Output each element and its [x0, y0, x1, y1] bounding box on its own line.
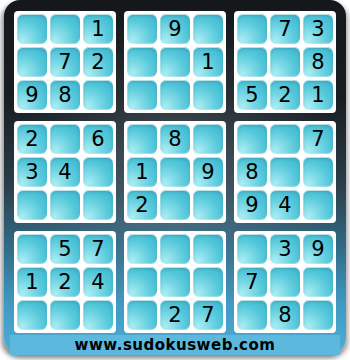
cell-r1c2[interactable]: [50, 14, 80, 44]
website-url: www.sudokusweb.com: [75, 336, 276, 354]
cell-r7c6[interactable]: [193, 234, 223, 264]
cell-r5c5[interactable]: [160, 157, 190, 187]
box-9: 3978: [234, 231, 336, 333]
cell-r3c2[interactable]: 8: [50, 80, 80, 110]
cell-r5c9[interactable]: [303, 157, 333, 187]
cell-r7c2[interactable]: 5: [50, 234, 80, 264]
cell-r3c6[interactable]: [193, 80, 223, 110]
cell-r8c2[interactable]: 2: [50, 267, 80, 297]
sudoku-widget: 172989173852126348192789457124273978 www…: [0, 0, 350, 360]
box-8: 27: [124, 231, 226, 333]
cell-r2c9[interactable]: 8: [303, 47, 333, 77]
cell-r9c3[interactable]: [83, 300, 113, 330]
cell-r2c4[interactable]: [127, 47, 157, 77]
cell-r2c6[interactable]: 1: [193, 47, 223, 77]
cell-r5c3[interactable]: [83, 157, 113, 187]
cell-r5c2[interactable]: 4: [50, 157, 80, 187]
cell-r7c3[interactable]: 7: [83, 234, 113, 264]
cell-r1c4[interactable]: [127, 14, 157, 44]
cell-r1c1[interactable]: [17, 14, 47, 44]
cell-r2c7[interactable]: [237, 47, 267, 77]
cell-r1c6[interactable]: [193, 14, 223, 44]
cell-r9c6[interactable]: 7: [193, 300, 223, 330]
cell-r2c1[interactable]: [17, 47, 47, 77]
cell-r8c3[interactable]: 4: [83, 267, 113, 297]
cell-r6c1[interactable]: [17, 190, 47, 220]
cell-r4c6[interactable]: [193, 124, 223, 154]
cell-r6c4[interactable]: 2: [127, 190, 157, 220]
cell-r8c8[interactable]: [270, 267, 300, 297]
cell-r2c5[interactable]: [160, 47, 190, 77]
cell-r6c9[interactable]: [303, 190, 333, 220]
cell-r6c6[interactable]: [193, 190, 223, 220]
cell-r3c4[interactable]: [127, 80, 157, 110]
cell-r4c3[interactable]: 6: [83, 124, 113, 154]
sudoku-board: 172989173852126348192789457124273978: [14, 11, 336, 333]
cell-r1c5[interactable]: 9: [160, 14, 190, 44]
cell-r1c7[interactable]: [237, 14, 267, 44]
cell-r9c7[interactable]: [237, 300, 267, 330]
cell-r4c2[interactable]: [50, 124, 80, 154]
cell-r7c5[interactable]: [160, 234, 190, 264]
cell-r3c5[interactable]: [160, 80, 190, 110]
cell-r6c5[interactable]: [160, 190, 190, 220]
cell-r3c9[interactable]: 1: [303, 80, 333, 110]
cell-r7c8[interactable]: 3: [270, 234, 300, 264]
box-6: 7894: [234, 121, 336, 223]
cell-r1c8[interactable]: 7: [270, 14, 300, 44]
cell-r6c3[interactable]: [83, 190, 113, 220]
cell-r4c7[interactable]: [237, 124, 267, 154]
cell-r8c5[interactable]: [160, 267, 190, 297]
box-2: 91: [124, 11, 226, 113]
cell-r6c2[interactable]: [50, 190, 80, 220]
cell-r3c7[interactable]: 5: [237, 80, 267, 110]
cell-r5c7[interactable]: 8: [237, 157, 267, 187]
cell-r8c1[interactable]: 1: [17, 267, 47, 297]
cell-r4c9[interactable]: 7: [303, 124, 333, 154]
cell-r3c3[interactable]: [83, 80, 113, 110]
cell-r1c3[interactable]: 1: [83, 14, 113, 44]
cell-r5c1[interactable]: 3: [17, 157, 47, 187]
cell-r4c4[interactable]: [127, 124, 157, 154]
cell-r3c1[interactable]: 9: [17, 80, 47, 110]
cell-r9c4[interactable]: [127, 300, 157, 330]
cell-r5c8[interactable]: [270, 157, 300, 187]
cell-r6c7[interactable]: 9: [237, 190, 267, 220]
cell-r8c6[interactable]: [193, 267, 223, 297]
cell-r2c8[interactable]: [270, 47, 300, 77]
cell-r7c1[interactable]: [17, 234, 47, 264]
cell-r5c6[interactable]: 9: [193, 157, 223, 187]
cell-r8c9[interactable]: [303, 267, 333, 297]
cell-r1c9[interactable]: 3: [303, 14, 333, 44]
cell-r3c8[interactable]: 2: [270, 80, 300, 110]
box-4: 2634: [14, 121, 116, 223]
box-7: 57124: [14, 231, 116, 333]
cell-r2c3[interactable]: 2: [83, 47, 113, 77]
cell-r7c4[interactable]: [127, 234, 157, 264]
cell-r2c2[interactable]: 7: [50, 47, 80, 77]
cell-r9c2[interactable]: [50, 300, 80, 330]
cell-r6c8[interactable]: 4: [270, 190, 300, 220]
box-3: 738521: [234, 11, 336, 113]
footer-band: www.sudokusweb.com: [10, 335, 340, 355]
cell-r5c4[interactable]: 1: [127, 157, 157, 187]
cell-r7c7[interactable]: [237, 234, 267, 264]
cell-r9c8[interactable]: 8: [270, 300, 300, 330]
board-frame: 172989173852126348192789457124273978 www…: [4, 0, 346, 354]
cell-r9c5[interactable]: 2: [160, 300, 190, 330]
box-1: 17298: [14, 11, 116, 113]
cell-r4c5[interactable]: 8: [160, 124, 190, 154]
box-5: 8192: [124, 121, 226, 223]
cell-r8c7[interactable]: 7: [237, 267, 267, 297]
cell-r4c8[interactable]: [270, 124, 300, 154]
cell-r7c9[interactable]: 9: [303, 234, 333, 264]
cell-r4c1[interactable]: 2: [17, 124, 47, 154]
cell-r8c4[interactable]: [127, 267, 157, 297]
cell-r9c1[interactable]: [17, 300, 47, 330]
cell-r9c9[interactable]: [303, 300, 333, 330]
